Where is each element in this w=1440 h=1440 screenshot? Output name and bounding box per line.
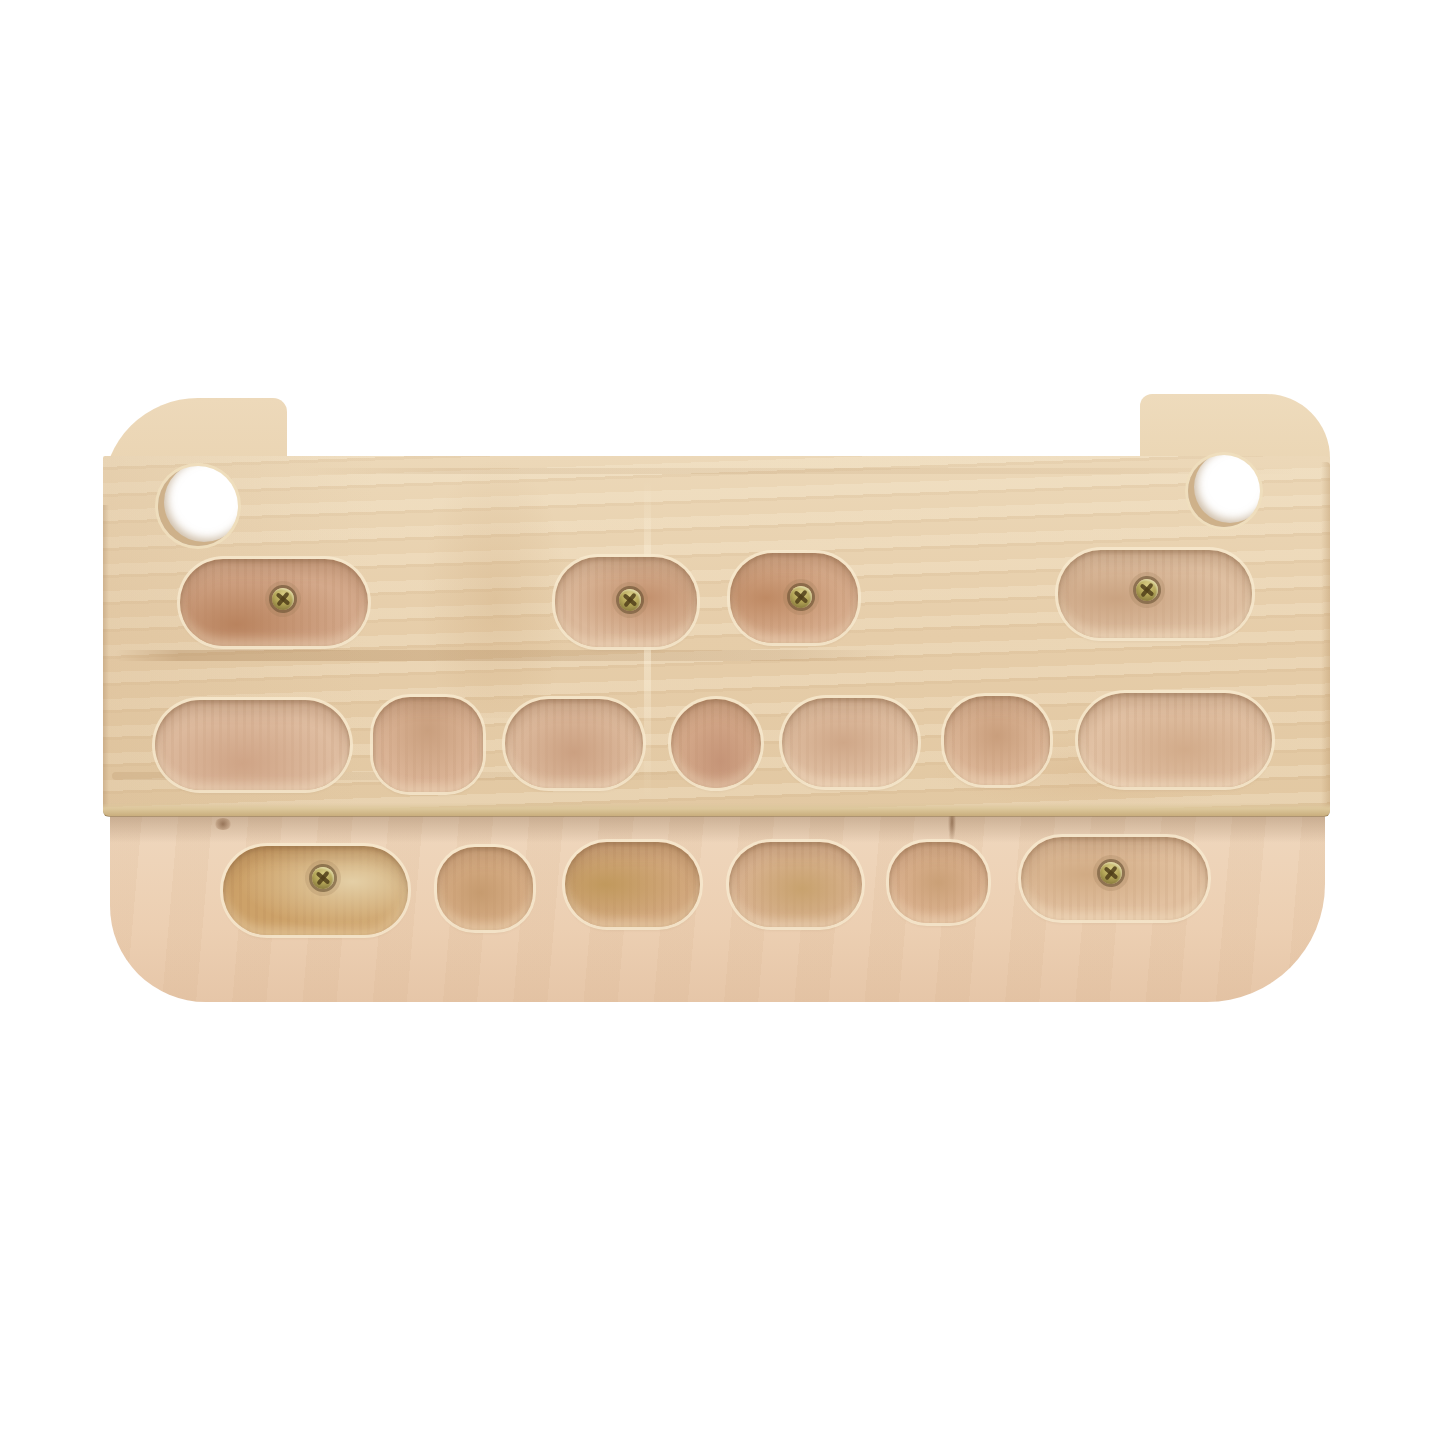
low-pocket-3-pocket [565, 842, 700, 927]
right-hang-hole [1188, 455, 1260, 527]
mid-pocket-5-medium-pocket [782, 698, 918, 787]
low-pocket-5-small-pocket [889, 842, 988, 923]
mid-pocket-6-small-pocket [944, 696, 1050, 785]
hangboard-product-photo [0, 0, 1440, 1440]
mid-pocket-7-large-pocket [1078, 693, 1272, 787]
low-slot-1-pocket [223, 846, 408, 935]
low-pocket-4-pocket [729, 842, 862, 927]
mid-pocket-2-small-pocket [373, 697, 483, 792]
mid-pocket-3-medium-pocket [505, 699, 643, 788]
mid-pocket-1-large-pocket [155, 700, 350, 790]
low-pocket-2-small-pocket [437, 847, 533, 930]
mid-pocket-4-round-pocket [671, 699, 761, 788]
left-hang-hole [158, 466, 238, 546]
